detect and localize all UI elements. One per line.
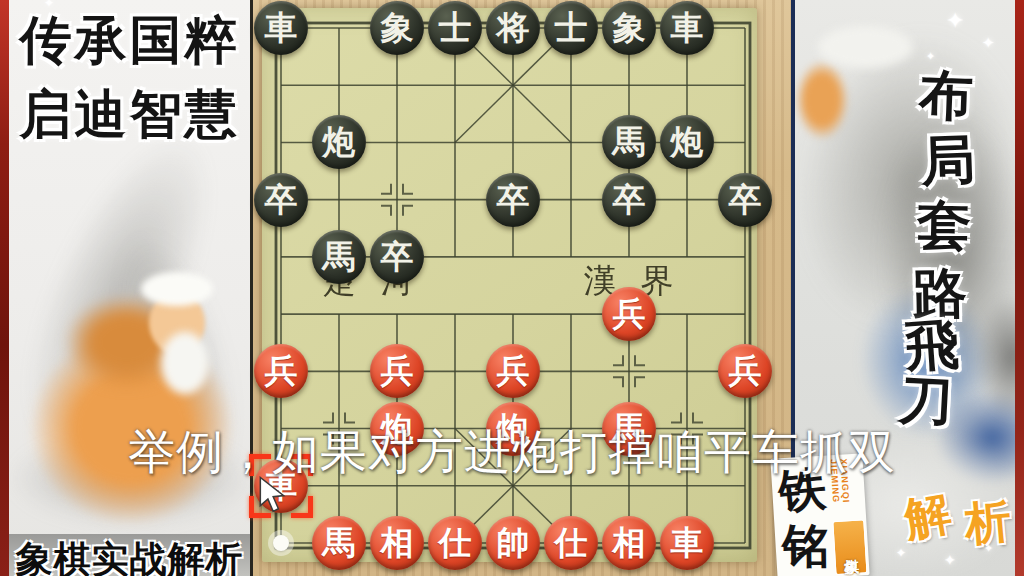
piece-red-仕-d1[interactable]: 仕 [428, 516, 482, 570]
left-title-line2: 启迪智慧 [9, 80, 250, 150]
vertical-title-char: 飛 [901, 315, 963, 377]
piece-red-兵-a4[interactable]: 兵 [254, 344, 308, 398]
piece-red-兵-i4[interactable]: 兵 [718, 344, 772, 398]
ink-wash-mass [795, 13, 1015, 347]
vertical-title-char: 套 [914, 196, 973, 255]
move-origin-marker [273, 535, 289, 551]
right-red-edge [1015, 0, 1024, 576]
left-decoration-panel: 传承国粹 启迪智慧 象棋实战解析 [9, 0, 250, 576]
piece-red-帥-e1[interactable]: 帥 [486, 516, 540, 570]
left-bottom-banner: 象棋实战解析 [9, 534, 250, 576]
dark-ink-blob [975, 295, 1015, 420]
old-man-beard [161, 332, 209, 394]
piece-red-兵-c4[interactable]: 兵 [370, 344, 424, 398]
piece-black-士-f10[interactable]: 士 [544, 1, 598, 55]
piece-black-馬-b6[interactable]: 馬 [312, 230, 366, 284]
piece-red-相-c1[interactable]: 相 [370, 516, 424, 570]
old-man-hair [818, 26, 913, 68]
corner-label-char: 析 [962, 490, 1013, 556]
xiangqi-logo-badge: 象棋 [832, 519, 867, 575]
piece-red-兵-e4[interactable]: 兵 [486, 344, 540, 398]
vertical-title-char: 布 [916, 66, 976, 126]
piece-red-相-g1[interactable]: 相 [602, 516, 656, 570]
piece-black-車-a10[interactable]: 車 [254, 1, 308, 55]
left-separator-line [250, 0, 253, 576]
piece-black-象-g10[interactable]: 象 [602, 1, 656, 55]
left-bottom-banner-text: 象棋实战解析 [9, 535, 250, 576]
piece-black-卒-e7[interactable]: 卒 [486, 173, 540, 227]
old-man-face [795, 60, 849, 140]
piece-black-車-h10[interactable]: 車 [660, 1, 714, 55]
piece-black-将-e10[interactable]: 将 [486, 1, 540, 55]
piece-black-卒-g7[interactable]: 卒 [602, 173, 656, 227]
vertical-title-char: 局 [918, 131, 978, 191]
old-man-robe-shade [64, 295, 189, 390]
piece-black-卒-c6[interactable]: 卒 [370, 230, 424, 284]
channel-name-char: 铭 [779, 515, 832, 576]
piece-red-馬-b1[interactable]: 馬 [312, 516, 366, 570]
left-title-line1: 传承国粹 [9, 6, 250, 76]
piece-black-士-d10[interactable]: 士 [428, 1, 482, 55]
piece-black-卒-i7[interactable]: 卒 [718, 173, 772, 227]
left-red-edge [0, 0, 9, 576]
xiangqi-logo-text: 象棋 [840, 547, 859, 548]
piece-black-象-c10[interactable]: 象 [370, 1, 424, 55]
corner-label-char: 解 [900, 482, 956, 551]
piece-red-車-h1[interactable]: 車 [660, 516, 714, 570]
old-man-head [149, 292, 205, 354]
video-frame: 楚河漢界 車象士将士象車炮馬炮卒卒卒卒馬卒兵兵兵兵兵炮炮馬車馬相仕帥仕相車 传承… [0, 0, 1024, 576]
ink-wash-blob [9, 108, 250, 471]
video-subtitle: 举例，如果对方进炮打掉咱平车抓双 [128, 421, 896, 484]
piece-red-仕-f1[interactable]: 仕 [544, 516, 598, 570]
mouse-cursor-icon [258, 476, 286, 514]
old-man-hair [141, 272, 213, 306]
piece-black-卒-a7[interactable]: 卒 [254, 173, 308, 227]
vertical-title-char: 刀 [896, 371, 957, 432]
piece-red-兵-g5[interactable]: 兵 [602, 287, 656, 341]
